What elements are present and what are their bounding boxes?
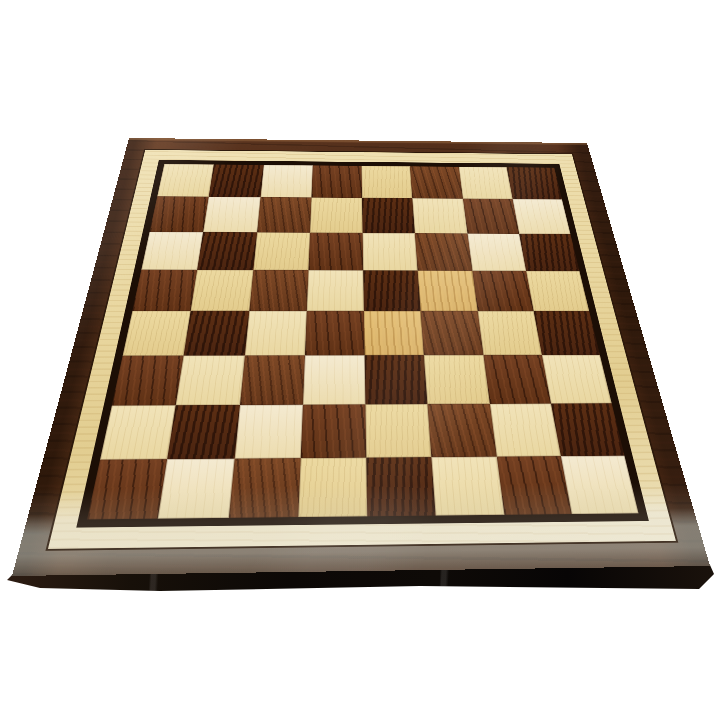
square-h5[interactable] <box>526 271 589 311</box>
square-d3[interactable] <box>303 355 366 404</box>
square-e4[interactable] <box>364 311 424 355</box>
square-d2[interactable] <box>301 404 367 458</box>
square-b5[interactable] <box>191 270 253 311</box>
square-f4[interactable] <box>421 311 483 355</box>
square-f1[interactable] <box>432 456 504 515</box>
square-e1[interactable] <box>366 457 436 516</box>
square-b4[interactable] <box>184 311 249 356</box>
square-d7[interactable] <box>310 198 363 233</box>
square-c5[interactable] <box>249 270 308 311</box>
square-a4[interactable] <box>123 311 191 356</box>
square-a3[interactable] <box>112 356 184 405</box>
square-a7[interactable] <box>150 196 209 231</box>
square-g1[interactable] <box>496 456 571 515</box>
square-g6[interactable] <box>467 233 526 271</box>
square-a6[interactable] <box>141 232 203 270</box>
square-e2[interactable] <box>365 404 431 458</box>
square-a1[interactable] <box>87 459 167 520</box>
square-c2[interactable] <box>234 404 302 458</box>
square-f3[interactable] <box>424 355 489 404</box>
square-b8[interactable] <box>209 164 264 197</box>
square-f5[interactable] <box>418 270 478 311</box>
chess-board <box>12 138 710 576</box>
square-g5[interactable] <box>472 271 533 312</box>
square-g8[interactable] <box>458 167 512 199</box>
product-photo <box>0 0 728 728</box>
square-c1[interactable] <box>228 458 300 518</box>
square-c8[interactable] <box>260 165 312 198</box>
square-f2[interactable] <box>428 403 497 456</box>
square-e3[interactable] <box>365 355 428 404</box>
square-g3[interactable] <box>483 355 551 403</box>
square-b3[interactable] <box>176 356 244 405</box>
square-c3[interactable] <box>240 356 305 405</box>
square-g4[interactable] <box>477 311 541 355</box>
square-b1[interactable] <box>158 458 234 518</box>
square-f8[interactable] <box>410 166 463 198</box>
square-c6[interactable] <box>253 232 310 270</box>
square-d6[interactable] <box>308 232 363 270</box>
square-a2[interactable] <box>100 405 176 460</box>
square-d1[interactable] <box>298 457 367 517</box>
square-c4[interactable] <box>244 311 306 356</box>
square-e6[interactable] <box>363 233 418 271</box>
square-d5[interactable] <box>307 270 364 311</box>
playing-field <box>87 164 638 519</box>
square-g7[interactable] <box>463 199 519 234</box>
square-e8[interactable] <box>361 166 412 199</box>
square-g2[interactable] <box>489 403 560 456</box>
square-h6[interactable] <box>519 234 580 271</box>
square-e5[interactable] <box>363 270 421 311</box>
square-b7[interactable] <box>203 197 260 232</box>
square-h4[interactable] <box>533 311 599 355</box>
square-h8[interactable] <box>506 167 562 199</box>
square-b2[interactable] <box>167 405 239 459</box>
square-f6[interactable] <box>415 233 472 271</box>
square-a8[interactable] <box>157 164 214 197</box>
square-h2[interactable] <box>551 403 625 456</box>
square-d8[interactable] <box>311 165 362 198</box>
square-a5[interactable] <box>132 270 197 311</box>
square-f7[interactable] <box>412 198 467 233</box>
square-d4[interactable] <box>305 311 365 356</box>
square-e7[interactable] <box>362 198 415 233</box>
square-c7[interactable] <box>257 197 312 232</box>
square-b6[interactable] <box>197 232 256 270</box>
square-h7[interactable] <box>512 199 570 234</box>
square-h3[interactable] <box>542 355 612 403</box>
